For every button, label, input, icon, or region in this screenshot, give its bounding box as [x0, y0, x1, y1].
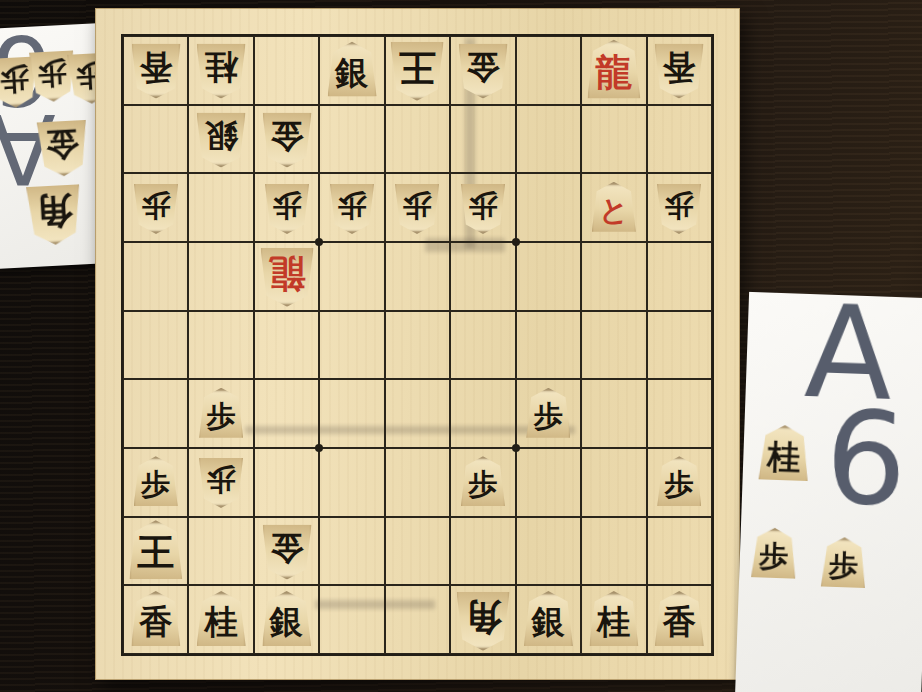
board-cell-4b[interactable] [450, 105, 515, 174]
board-cell-7c[interactable]: 歩 [254, 173, 319, 242]
board-cell-2b[interactable] [581, 105, 646, 174]
board-cell-1c[interactable]: 歩 [647, 173, 712, 242]
board-cell-7f[interactable] [254, 379, 319, 448]
shogi-piece-S-sente[interactable]: 銀 [328, 42, 377, 97]
board-cell-9h[interactable]: 王 [123, 517, 188, 586]
board-cell-8d[interactable] [188, 242, 253, 311]
piece-kanji: 龍 [595, 54, 632, 91]
board-cell-1b[interactable] [647, 105, 712, 174]
board-cell-2i[interactable]: 桂 [581, 585, 646, 654]
piece-kanji: 王 [399, 50, 436, 87]
board-cell-4f[interactable] [450, 379, 515, 448]
piece-kanji: 桂 [767, 439, 801, 473]
shogi-piece-P-gote[interactable]: 歩 [265, 184, 309, 234]
board-cell-3g[interactable] [516, 448, 581, 517]
piece-kanji: 金 [466, 51, 499, 84]
board-cell-2a[interactable]: 龍 [581, 36, 646, 105]
board-cell-2f[interactable] [581, 379, 646, 448]
board-cell-4e[interactable] [450, 311, 515, 380]
board-cell-7i[interactable]: 銀 [254, 585, 319, 654]
shogi-piece-N-sente[interactable]: 桂 [197, 591, 246, 646]
board-cell-3e[interactable] [516, 311, 581, 380]
shogi-piece-L-sente[interactable]: 香 [131, 591, 180, 646]
piece-kanji: 香 [663, 606, 696, 639]
piece-kanji: 歩 [207, 402, 236, 431]
piece-kanji: 歩 [207, 465, 236, 494]
board-cell-6a[interactable]: 銀 [319, 36, 384, 105]
piece-kanji: 桂 [205, 606, 238, 639]
piece-kanji: 香 [139, 606, 172, 639]
board-cell-7g[interactable] [254, 448, 319, 517]
shogi-piece-P-gote[interactable]: 歩 [330, 184, 374, 234]
shogi-piece-+R-sente[interactable]: 龍 [587, 40, 640, 99]
shogi-piece-L-gote[interactable]: 香 [655, 44, 704, 99]
board-cell-9d[interactable] [123, 242, 188, 311]
board-cell-7e[interactable] [254, 311, 319, 380]
board-cell-3i[interactable]: 銀 [516, 585, 581, 654]
shogi-piece-N-sente[interactable]: 桂 [589, 591, 638, 646]
board-cell-9g[interactable]: 歩 [123, 448, 188, 517]
board-cell-9f[interactable] [123, 379, 188, 448]
board-cell-5e[interactable] [385, 311, 450, 380]
board-cell-3d[interactable] [516, 242, 581, 311]
board-cell-8a[interactable]: 桂 [188, 36, 253, 105]
board-cell-8e[interactable] [188, 311, 253, 380]
shogi-piece-N-gote[interactable]: 桂 [197, 44, 246, 99]
board-cell-6e[interactable] [319, 311, 384, 380]
board-cell-7h[interactable]: 金 [254, 517, 319, 586]
board-cell-5h[interactable] [385, 517, 450, 586]
board-cell-9c[interactable]: 歩 [123, 173, 188, 242]
piece-kanji: 歩 [829, 551, 859, 581]
sente-piece-stand: A 6 桂歩歩 [735, 292, 922, 692]
shogi-piece-K-sente[interactable]: 王 [129, 520, 182, 579]
board-cell-7a[interactable] [254, 36, 319, 105]
board-cell-6h[interactable] [319, 517, 384, 586]
board-cell-4a[interactable]: 金 [450, 36, 515, 105]
board-cell-5i[interactable] [385, 585, 450, 654]
shogi-piece-B-gote[interactable]: 角 [26, 184, 82, 246]
board-label-right: A 6 [782, 299, 913, 513]
board-cell-6d[interactable] [319, 242, 384, 311]
piece-kanji: 銀 [532, 606, 565, 639]
board-cell-2g[interactable] [581, 448, 646, 517]
shogi-piece-P-sente[interactable]: 歩 [526, 388, 570, 438]
shogi-piece-P-sente[interactable]: 歩 [751, 527, 797, 579]
piece-kanji: 歩 [403, 191, 432, 220]
shogi-piece-+R-gote[interactable]: 龍 [260, 248, 313, 307]
shogi-piece-G-gote[interactable]: 金 [458, 44, 507, 99]
board-cell-4g[interactable]: 歩 [450, 448, 515, 517]
board-cell-5d[interactable] [385, 242, 450, 311]
shogi-piece-S-sente[interactable]: 銀 [262, 591, 311, 646]
board-cell-1a[interactable]: 香 [647, 36, 712, 105]
shogi-piece-K-gote[interactable]: 王 [391, 42, 444, 101]
board-cell-8b[interactable]: 銀 [188, 105, 253, 174]
shogi-piece-B-gote[interactable]: 角 [456, 591, 509, 650]
piece-kanji: 銀 [270, 606, 303, 639]
board-cell-3a[interactable] [516, 36, 581, 105]
shogi-piece-S-sente[interactable]: 銀 [524, 591, 573, 646]
board-cell-1g[interactable]: 歩 [647, 448, 712, 517]
board-cell-9e[interactable] [123, 311, 188, 380]
board-cell-8c[interactable] [188, 173, 253, 242]
board-cell-8i[interactable]: 桂 [188, 585, 253, 654]
piece-kanji: 歩 [534, 402, 563, 431]
board-cell-2c[interactable]: と [581, 173, 646, 242]
board-cell-4i[interactable]: 角 [450, 585, 515, 654]
piece-kanji: と [599, 196, 629, 225]
piece-kanji: 桂 [597, 606, 630, 639]
piece-kanji: 歩 [665, 191, 694, 220]
shogi-piece-P-gote[interactable]: 歩 [199, 458, 243, 508]
board-cell-3b[interactable] [516, 105, 581, 174]
piece-kanji: 歩 [141, 191, 170, 220]
board-cell-1h[interactable] [647, 517, 712, 586]
board-cell-8g[interactable]: 歩 [188, 448, 253, 517]
board-label-letter: A [785, 299, 912, 408]
board-cell-1f[interactable] [647, 379, 712, 448]
board-cell-7b[interactable]: 金 [254, 105, 319, 174]
shogi-piece-S-gote[interactable]: 銀 [197, 113, 246, 168]
piece-kanji: 龍 [268, 255, 305, 292]
board-cell-1i[interactable]: 香 [647, 585, 712, 654]
piece-kanji: 歩 [468, 470, 497, 499]
piece-kanji: 王 [137, 535, 174, 572]
shogi-piece-P-sente[interactable]: 歩 [821, 537, 867, 589]
shogi-piece-G-gote[interactable]: 金 [37, 120, 89, 177]
board-cell-5g[interactable] [385, 448, 450, 517]
shogi-piece-P-gote[interactable]: 歩 [461, 184, 505, 234]
board-cell-6c[interactable]: 歩 [319, 173, 384, 242]
board-cell-6g[interactable] [319, 448, 384, 517]
piece-kanji: 歩 [338, 191, 367, 220]
shogi-piece-P-gote[interactable]: 歩 [134, 184, 178, 234]
piece-kanji: 香 [663, 51, 696, 84]
piece-kanji: 歩 [37, 58, 67, 88]
piece-kanji: 歩 [272, 191, 301, 220]
board-cell-7d[interactable]: 龍 [254, 242, 319, 311]
scene: A 6 歩歩歩金角 香桂銀王金龍香銀金歩歩歩歩歩と歩龍歩歩歩歩歩歩王金香桂銀角銀… [0, 0, 922, 692]
piece-kanji: 金 [45, 128, 80, 163]
board-cell-1e[interactable] [647, 311, 712, 380]
shogi-board: 香桂銀王金龍香銀金歩歩歩歩歩と歩龍歩歩歩歩歩歩王金香桂銀角銀桂香 [95, 8, 740, 680]
board-cell-5c[interactable]: 歩 [385, 173, 450, 242]
board-cell-5b[interactable] [385, 105, 450, 174]
piece-kanji: 歩 [665, 470, 694, 499]
piece-kanji: 香 [139, 51, 172, 84]
piece-kanji: 金 [270, 120, 303, 153]
board-cell-2e[interactable] [581, 311, 646, 380]
board-cell-8f[interactable]: 歩 [188, 379, 253, 448]
shogi-piece-P-sente[interactable]: 歩 [199, 388, 243, 438]
piece-kanji: 歩 [468, 191, 497, 220]
board-cell-9b[interactable] [123, 105, 188, 174]
shogi-piece-G-gote[interactable]: 金 [262, 525, 311, 580]
shogi-piece-N-sente[interactable]: 桂 [759, 424, 810, 481]
shogi-piece-P-sente[interactable]: 歩 [461, 456, 505, 506]
shogi-piece-P-sente[interactable]: 歩 [657, 456, 701, 506]
piece-kanji: 桂 [205, 51, 238, 84]
board-cell-2h[interactable] [581, 517, 646, 586]
sente-hand-pieces [749, 292, 922, 298]
board-cell-9i[interactable]: 香 [123, 585, 188, 654]
piece-kanji: 角 [35, 192, 74, 231]
board-cell-6b[interactable] [319, 105, 384, 174]
board-cell-4h[interactable] [450, 517, 515, 586]
board-cell-5f[interactable] [385, 379, 450, 448]
piece-kanji: 歩 [0, 64, 30, 94]
piece-kanji: 銀 [205, 120, 238, 153]
piece-kanji: 歩 [141, 470, 170, 499]
board-cell-1d[interactable] [647, 242, 712, 311]
board-cell-3h[interactable] [516, 517, 581, 586]
piece-kanji: 金 [270, 532, 303, 565]
board-grid: 香桂銀王金龍香銀金歩歩歩歩歩と歩龍歩歩歩歩歩歩王金香桂銀角銀桂香 [121, 34, 714, 656]
shogi-piece-G-gote[interactable]: 金 [262, 113, 311, 168]
shogi-piece-P-gote[interactable]: 歩 [395, 184, 439, 234]
board-cell-4d[interactable] [450, 242, 515, 311]
piece-kanji: 銀 [336, 56, 369, 89]
board-cell-2d[interactable] [581, 242, 646, 311]
board-cell-3f[interactable]: 歩 [516, 379, 581, 448]
shogi-piece-P-gote[interactable]: 歩 [657, 184, 701, 234]
shogi-piece-L-gote[interactable]: 香 [131, 44, 180, 99]
board-cell-6i[interactable] [319, 585, 384, 654]
board-cell-8h[interactable] [188, 517, 253, 586]
board-cell-3c[interactable] [516, 173, 581, 242]
shogi-piece-L-sente[interactable]: 香 [655, 591, 704, 646]
piece-kanji: 歩 [759, 541, 789, 571]
board-cell-5a[interactable]: 王 [385, 36, 450, 105]
board-label-number: 6 [824, 406, 909, 514]
board-cell-9a[interactable]: 香 [123, 36, 188, 105]
gote-hand-pieces [0, 23, 102, 29]
board-cell-4c[interactable]: 歩 [450, 173, 515, 242]
shogi-piece-+P-sente[interactable]: と [592, 182, 636, 232]
board-cell-6f[interactable] [319, 379, 384, 448]
shogi-piece-P-sente[interactable]: 歩 [134, 456, 178, 506]
piece-kanji: 角 [464, 599, 501, 636]
